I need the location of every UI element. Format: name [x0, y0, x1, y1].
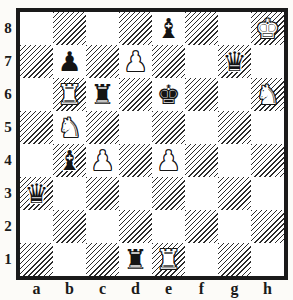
black-bishop-icon: ♝: [53, 144, 86, 177]
square-c6[interactable]: ♜: [86, 78, 119, 111]
file-label-f: f: [185, 280, 218, 299]
square-d4[interactable]: [119, 144, 152, 177]
square-e6[interactable]: ♚: [152, 78, 185, 111]
square-c7[interactable]: [86, 45, 119, 78]
square-a1[interactable]: [20, 243, 53, 276]
square-g5[interactable]: [218, 111, 251, 144]
square-h4[interactable]: [251, 144, 284, 177]
square-e5[interactable]: [152, 111, 185, 144]
rank-label-6: 6: [0, 78, 16, 111]
square-e7[interactable]: [152, 45, 185, 78]
rank-label-4: 4: [0, 144, 16, 177]
square-f6[interactable]: [185, 78, 218, 111]
square-a5[interactable]: [20, 111, 53, 144]
white-pawn-icon: ♟: [119, 45, 152, 78]
square-b6[interactable]: ♜: [53, 78, 86, 111]
square-g2[interactable]: [218, 210, 251, 243]
square-h2[interactable]: [251, 210, 284, 243]
square-g7[interactable]: ♛: [218, 45, 251, 78]
white-pawn-icon: ♟: [86, 144, 119, 177]
black-queen-icon: ♛: [20, 177, 53, 210]
square-f1[interactable]: [185, 243, 218, 276]
white-knight-icon: ♞: [53, 111, 86, 144]
square-d6[interactable]: [119, 78, 152, 111]
file-labels: abcdefgh: [20, 280, 284, 299]
square-f8[interactable]: [185, 12, 218, 45]
rank-label-1: 1: [0, 243, 16, 276]
rank-label-2: 2: [0, 210, 16, 243]
square-f7[interactable]: [185, 45, 218, 78]
black-rook-icon: ♜: [86, 78, 119, 111]
square-b1[interactable]: [53, 243, 86, 276]
square-g1[interactable]: [218, 243, 251, 276]
square-c3[interactable]: [86, 177, 119, 210]
square-h7[interactable]: [251, 45, 284, 78]
square-b7[interactable]: ♟: [53, 45, 86, 78]
white-pawn-icon: ♟: [152, 144, 185, 177]
square-g3[interactable]: [218, 177, 251, 210]
square-g4[interactable]: [218, 144, 251, 177]
square-h1[interactable]: [251, 243, 284, 276]
file-label-d: d: [119, 280, 152, 299]
rank-label-8: 8: [0, 12, 16, 45]
rank-label-7: 7: [0, 45, 16, 78]
black-rook-icon: ♜: [119, 243, 152, 276]
square-b5[interactable]: ♞: [53, 111, 86, 144]
square-c5[interactable]: [86, 111, 119, 144]
white-rook-icon: ♜: [53, 78, 86, 111]
square-f2[interactable]: [185, 210, 218, 243]
square-g8[interactable]: [218, 12, 251, 45]
square-a3[interactable]: ♛: [20, 177, 53, 210]
file-label-c: c: [86, 280, 119, 299]
square-d3[interactable]: [119, 177, 152, 210]
square-f4[interactable]: [185, 144, 218, 177]
square-c4[interactable]: ♟: [86, 144, 119, 177]
square-e1[interactable]: ♜: [152, 243, 185, 276]
file-label-h: h: [251, 280, 284, 299]
square-h3[interactable]: [251, 177, 284, 210]
black-king-icon: ♚: [152, 78, 185, 111]
square-d8[interactable]: [119, 12, 152, 45]
square-f5[interactable]: [185, 111, 218, 144]
square-b8[interactable]: [53, 12, 86, 45]
square-e4[interactable]: ♟: [152, 144, 185, 177]
chess-diagram-page: 87654321 ♝♚♟♟♛♜♜♚♞♞♝♟♟♛♜♜ abcdefgh: [0, 0, 293, 300]
rank-labels: 87654321: [0, 12, 16, 276]
white-rook-icon: ♜: [152, 243, 185, 276]
file-label-a: a: [20, 280, 53, 299]
square-b4[interactable]: ♝: [53, 144, 86, 177]
square-a8[interactable]: [20, 12, 53, 45]
square-e2[interactable]: [152, 210, 185, 243]
square-d5[interactable]: [119, 111, 152, 144]
square-a4[interactable]: [20, 144, 53, 177]
square-a7[interactable]: [20, 45, 53, 78]
file-label-e: e: [152, 280, 185, 299]
rank-label-3: 3: [0, 177, 16, 210]
square-f3[interactable]: [185, 177, 218, 210]
rank-label-5: 5: [0, 111, 16, 144]
square-g6[interactable]: [218, 78, 251, 111]
square-d2[interactable]: [119, 210, 152, 243]
black-bishop-icon: ♝: [152, 12, 185, 45]
square-e8[interactable]: ♝: [152, 12, 185, 45]
square-a6[interactable]: [20, 78, 53, 111]
white-knight-icon: ♞: [251, 78, 284, 111]
square-a2[interactable]: [20, 210, 53, 243]
square-h5[interactable]: [251, 111, 284, 144]
chess-board: ♝♚♟♟♛♜♜♚♞♞♝♟♟♛♜♜: [16, 8, 288, 280]
square-c2[interactable]: [86, 210, 119, 243]
square-h6[interactable]: ♞: [251, 78, 284, 111]
square-d7[interactable]: ♟: [119, 45, 152, 78]
square-b3[interactable]: [53, 177, 86, 210]
square-e3[interactable]: [152, 177, 185, 210]
black-pawn-icon: ♟: [53, 45, 86, 78]
black-queen-icon: ♛: [218, 45, 251, 78]
white-king-icon: ♚: [251, 12, 284, 45]
square-c8[interactable]: [86, 12, 119, 45]
square-h8[interactable]: ♚: [251, 12, 284, 45]
square-d1[interactable]: ♜: [119, 243, 152, 276]
file-label-g: g: [218, 280, 251, 299]
file-label-b: b: [53, 280, 86, 299]
square-c1[interactable]: [86, 243, 119, 276]
square-b2[interactable]: [53, 210, 86, 243]
